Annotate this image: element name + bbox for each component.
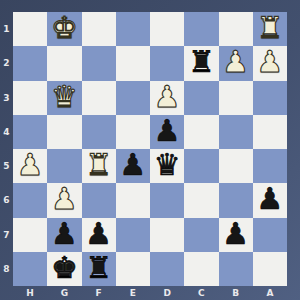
square-g4[interactable]	[47, 115, 81, 149]
rank-label-3: 3	[0, 81, 13, 115]
rank-label-8: 8	[0, 252, 13, 286]
square-h7[interactable]	[13, 218, 47, 252]
black-pawn: ♟	[119, 150, 146, 180]
square-c6[interactable]	[184, 183, 218, 217]
square-e5[interactable]: ♟	[116, 149, 150, 183]
square-b5[interactable]	[219, 149, 253, 183]
square-b3[interactable]	[219, 81, 253, 115]
square-c3[interactable]	[184, 81, 218, 115]
white-queen: ♛	[51, 82, 78, 112]
square-e3[interactable]	[116, 81, 150, 115]
square-d8[interactable]	[150, 252, 184, 286]
rank-labels: 12345678	[0, 12, 13, 286]
square-d1[interactable]	[150, 12, 184, 46]
square-a1[interactable]: ♜	[253, 12, 287, 46]
square-f6[interactable]	[82, 183, 116, 217]
file-label-f: F	[82, 286, 116, 300]
square-d4[interactable]: ♟	[150, 115, 184, 149]
file-label-a: A	[253, 286, 287, 300]
white-pawn: ♟	[17, 150, 44, 180]
square-a7[interactable]	[253, 218, 287, 252]
square-f3[interactable]	[82, 81, 116, 115]
square-c1[interactable]	[184, 12, 218, 46]
square-e1[interactable]	[116, 12, 150, 46]
square-a6[interactable]: ♟	[253, 183, 287, 217]
square-e7[interactable]	[116, 218, 150, 252]
square-d5[interactable]: ♛	[150, 149, 184, 183]
file-label-h: H	[13, 286, 47, 300]
square-b1[interactable]	[219, 12, 253, 46]
square-f4[interactable]	[82, 115, 116, 149]
square-b8[interactable]	[219, 252, 253, 286]
white-pawn: ♟	[51, 184, 78, 214]
file-label-g: G	[47, 286, 81, 300]
black-pawn: ♟	[154, 116, 181, 146]
white-pawn: ♟	[154, 82, 181, 112]
square-a8[interactable]	[253, 252, 287, 286]
square-d6[interactable]	[150, 183, 184, 217]
square-b7[interactable]: ♟	[219, 218, 253, 252]
black-pawn: ♟	[256, 184, 283, 214]
file-label-e: E	[116, 286, 150, 300]
square-g5[interactable]	[47, 149, 81, 183]
square-h8[interactable]	[13, 252, 47, 286]
square-a4[interactable]	[253, 115, 287, 149]
square-h1[interactable]	[13, 12, 47, 46]
file-label-b: B	[219, 286, 253, 300]
black-pawn: ♟	[222, 219, 249, 249]
black-rook: ♜	[188, 47, 215, 77]
square-b2[interactable]: ♟	[219, 46, 253, 80]
square-g8[interactable]: ♚	[47, 252, 81, 286]
square-d3[interactable]: ♟	[150, 81, 184, 115]
white-king: ♚	[51, 13, 78, 43]
rank-label-2: 2	[0, 46, 13, 80]
chess-board-frame: 12345678 ♚♜♜♟♟♛♟♟♟♜♟♛♟♟♟♟♟♚♜ HGFEDCBA	[0, 0, 300, 300]
black-queen: ♛	[154, 150, 181, 180]
rank-label-1: 1	[0, 12, 13, 46]
square-c5[interactable]	[184, 149, 218, 183]
square-e6[interactable]	[116, 183, 150, 217]
square-a2[interactable]: ♟	[253, 46, 287, 80]
square-e4[interactable]	[116, 115, 150, 149]
square-g3[interactable]: ♛	[47, 81, 81, 115]
square-a3[interactable]	[253, 81, 287, 115]
white-rook: ♜	[256, 13, 283, 43]
white-rook: ♜	[85, 150, 112, 180]
rank-label-5: 5	[0, 149, 13, 183]
square-f7[interactable]: ♟	[82, 218, 116, 252]
white-pawn: ♟	[222, 47, 249, 77]
square-f2[interactable]	[82, 46, 116, 80]
square-f5[interactable]: ♜	[82, 149, 116, 183]
file-label-c: C	[184, 286, 218, 300]
file-label-d: D	[150, 286, 184, 300]
black-pawn: ♟	[51, 219, 78, 249]
chess-board: ♚♜♜♟♟♛♟♟♟♜♟♛♟♟♟♟♟♚♜	[13, 12, 287, 286]
square-h5[interactable]: ♟	[13, 149, 47, 183]
square-e8[interactable]	[116, 252, 150, 286]
square-d2[interactable]	[150, 46, 184, 80]
black-king: ♚	[51, 253, 78, 283]
rank-label-6: 6	[0, 183, 13, 217]
square-f8[interactable]: ♜	[82, 252, 116, 286]
square-h2[interactable]	[13, 46, 47, 80]
rank-label-7: 7	[0, 218, 13, 252]
white-pawn: ♟	[256, 47, 283, 77]
square-c8[interactable]	[184, 252, 218, 286]
black-rook: ♜	[85, 253, 112, 283]
square-f1[interactable]	[82, 12, 116, 46]
file-labels: HGFEDCBA	[13, 286, 287, 300]
square-g6[interactable]: ♟	[47, 183, 81, 217]
square-b4[interactable]	[219, 115, 253, 149]
rank-label-4: 4	[0, 115, 13, 149]
square-g1[interactable]: ♚	[47, 12, 81, 46]
square-b6[interactable]	[219, 183, 253, 217]
square-g7[interactable]: ♟	[47, 218, 81, 252]
square-a5[interactable]	[253, 149, 287, 183]
square-d7[interactable]	[150, 218, 184, 252]
square-h6[interactable]	[13, 183, 47, 217]
square-c2[interactable]: ♜	[184, 46, 218, 80]
square-h3[interactable]	[13, 81, 47, 115]
square-e2[interactable]	[116, 46, 150, 80]
square-g2[interactable]	[47, 46, 81, 80]
square-c7[interactable]	[184, 218, 218, 252]
black-pawn: ♟	[85, 219, 112, 249]
square-h4[interactable]	[13, 115, 47, 149]
square-c4[interactable]	[184, 115, 218, 149]
